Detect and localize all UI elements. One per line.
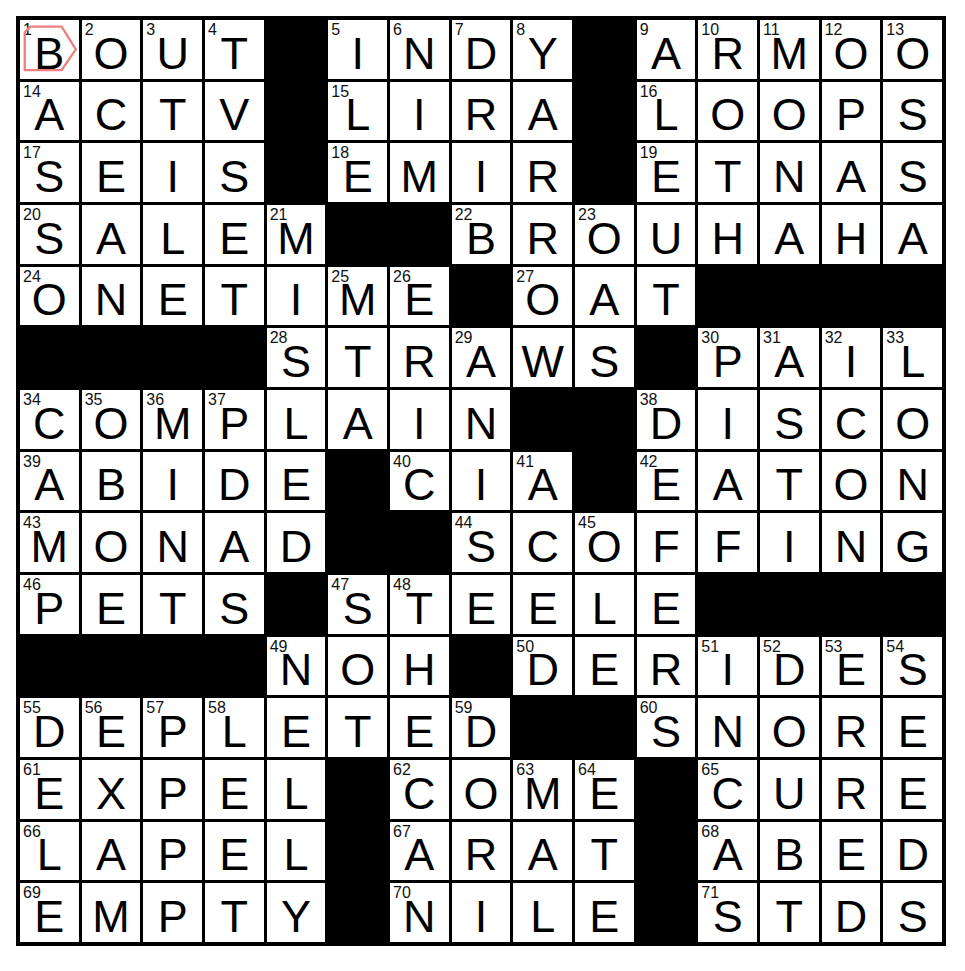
grid-cell-r15c14[interactable]: D [822, 883, 881, 942]
grid-cell-r13c5[interactable]: L [267, 760, 326, 819]
grid-cell-r2c14[interactable]: P [822, 82, 881, 141]
grid-cell-r3c2[interactable]: E [82, 143, 141, 202]
black-cell-r10c12 [698, 575, 757, 634]
cell-letter: F [698, 524, 757, 569]
grid-cell-r8c3[interactable]: I [143, 452, 202, 511]
grid-cell-r9c1[interactable]: 43M [20, 513, 79, 572]
grid-cell-r11c5[interactable]: 49N [267, 637, 326, 696]
grid-cell-r10c1[interactable]: 46P [20, 575, 79, 634]
grid-cell-r10c7[interactable]: 48T [390, 575, 449, 634]
cell-letter: E [452, 586, 511, 631]
grid-cell-r9c10[interactable]: 45O [575, 513, 634, 572]
grid-cell-r3c15[interactable]: S [883, 143, 942, 202]
grid-cell-r7c3[interactable]: 36M [143, 390, 202, 449]
grid-cell-r14c1[interactable]: 66L [20, 822, 79, 881]
grid-cell-r9c13[interactable]: I [760, 513, 819, 572]
cell-letter: O [760, 709, 819, 754]
grid-cell-r15c7[interactable]: 70N [390, 883, 449, 942]
grid-cell-r13c15[interactable]: E [883, 760, 942, 819]
grid-cell-r8c15[interactable]: N [883, 452, 942, 511]
grid-cell-r8c2[interactable]: B [82, 452, 141, 511]
grid-cell-r8c1[interactable]: 39A [20, 452, 79, 511]
cell-letter: E [390, 709, 449, 754]
grid-cell-r2c3[interactable]: T [143, 82, 202, 141]
black-cell-r15c11 [637, 883, 696, 942]
grid-cell-r2c12[interactable]: O [698, 82, 757, 141]
cell-letter: O [328, 647, 387, 692]
grid-cell-r7c14[interactable]: C [822, 390, 881, 449]
cell-letter: O [452, 771, 511, 816]
cell-letter: P [822, 92, 881, 137]
cell-number: 50 [516, 637, 534, 656]
grid-cell-r1c1[interactable]: 1B [20, 20, 79, 79]
grid-cell-r9c11[interactable]: F [637, 513, 696, 572]
black-cell-r15c6 [328, 883, 387, 942]
cell-number: 38 [640, 390, 658, 409]
grid-cell-r7c1[interactable]: 34C [20, 390, 79, 449]
cell-number: 29 [455, 328, 473, 347]
cell-letter: R [513, 216, 572, 261]
grid-cell-r2c2[interactable]: C [82, 82, 141, 141]
cell-letter: U [760, 771, 819, 816]
grid-cell-r7c15[interactable]: O [883, 390, 942, 449]
grid-cell-r15c4[interactable]: T [205, 883, 264, 942]
grid-cell-r1c7[interactable]: 6N [390, 20, 449, 79]
grid-cell-r8c8[interactable]: I [452, 452, 511, 511]
cell-letter: L [267, 832, 326, 877]
cell-letter: I [698, 401, 757, 446]
grid-cell-r3c6[interactable]: 18E [328, 143, 387, 202]
cell-number: 28 [270, 328, 288, 347]
grid-cell-r12c4[interactable]: 58L [205, 698, 264, 757]
grid-cell-r4c8[interactable]: 22B [452, 205, 511, 264]
grid-cell-r5c5[interactable]: I [267, 267, 326, 326]
cell-letter: A [575, 277, 634, 322]
grid-cell-r3c8[interactable]: I [452, 143, 511, 202]
grid-cell-r3c13[interactable]: N [760, 143, 819, 202]
grid-cell-r14c10[interactable]: T [575, 822, 634, 881]
grid-cell-r10c6[interactable]: 47S [328, 575, 387, 634]
grid-cell-r3c9[interactable]: R [513, 143, 572, 202]
cell-number: 61 [23, 760, 41, 779]
grid-cell-r14c3[interactable]: P [143, 822, 202, 881]
cell-letter: H [822, 216, 881, 261]
grid-cell-r12c7[interactable]: E [390, 698, 449, 757]
black-cell-r6c1 [20, 328, 79, 387]
black-cell-r3c10 [575, 143, 634, 202]
cell-number: 10 [701, 20, 719, 39]
cell-letter: O [760, 92, 819, 137]
cell-letter: E [883, 709, 942, 754]
cell-letter: D [267, 524, 326, 569]
grid-cell-r13c7[interactable]: 62C [390, 760, 449, 819]
cell-letter: D [822, 894, 881, 939]
grid-cell-r11c7[interactable]: H [390, 637, 449, 696]
grid-cell-r13c13[interactable]: U [760, 760, 819, 819]
grid-cell-r4c14[interactable]: H [822, 205, 881, 264]
cell-letter: S [883, 894, 942, 939]
cell-letter: S [883, 92, 942, 137]
grid-cell-r6c13[interactable]: 31A [760, 328, 819, 387]
grid-cell-r14c14[interactable]: E [822, 822, 881, 881]
grid-cell-r7c12[interactable]: I [698, 390, 757, 449]
grid-cell-r5c6[interactable]: 25M [328, 267, 387, 326]
black-cell-r3c5 [267, 143, 326, 202]
grid-cell-r10c3[interactable]: T [143, 575, 202, 634]
cell-letter: N [822, 524, 881, 569]
black-cell-r5c12 [698, 267, 757, 326]
cell-letter: A [513, 832, 572, 877]
grid-cell-r9c12[interactable]: F [698, 513, 757, 572]
grid-cell-r14c13[interactable]: B [760, 822, 819, 881]
grid-cell-r12c12[interactable]: N [698, 698, 757, 757]
grid-cell-r14c4[interactable]: E [205, 822, 264, 881]
grid-cell-r3c1[interactable]: 17S [20, 143, 79, 202]
grid-cell-r7c5[interactable]: L [267, 390, 326, 449]
grid-cell-r3c3[interactable]: I [143, 143, 202, 202]
grid-cell-r12c14[interactable]: R [822, 698, 881, 757]
grid-cell-r6c14[interactable]: 32I [822, 328, 881, 387]
grid-cell-r6c9[interactable]: W [513, 328, 572, 387]
grid-cell-r5c9[interactable]: 27O [513, 267, 572, 326]
grid-cell-r13c2[interactable]: X [82, 760, 141, 819]
grid-cell-r7c6[interactable]: A [328, 390, 387, 449]
cell-letter: E [267, 709, 326, 754]
black-cell-r6c11 [637, 328, 696, 387]
grid-cell-r1c11[interactable]: 9A [637, 20, 696, 79]
cell-letter: O [82, 524, 141, 569]
grid-cell-r12c5[interactable]: E [267, 698, 326, 757]
cell-number: 40 [393, 452, 411, 471]
grid-cell-r3c4[interactable]: S [205, 143, 264, 202]
grid-cell-r13c10[interactable]: 64E [575, 760, 634, 819]
grid-cell-r13c3[interactable]: P [143, 760, 202, 819]
grid-cell-r5c3[interactable]: E [143, 267, 202, 326]
cell-letter: E [205, 216, 264, 261]
cell-letter: A [328, 401, 387, 446]
grid-cell-r7c2[interactable]: 35O [82, 390, 141, 449]
grid-cell-r7c7[interactable]: I [390, 390, 449, 449]
grid-cell-r1c13[interactable]: 11M [760, 20, 819, 79]
grid-cell-r8c9[interactable]: 41A [513, 452, 572, 511]
grid-cell-r9c3[interactable]: N [143, 513, 202, 572]
grid-cell-r12c8[interactable]: 59D [452, 698, 511, 757]
grid-cell-r4c10[interactable]: 23O [575, 205, 634, 264]
black-cell-r6c2 [82, 328, 141, 387]
cell-letter: I [267, 277, 326, 322]
cell-number: 11 [763, 20, 780, 39]
grid-cell-r4c13[interactable]: A [760, 205, 819, 264]
cell-number: 47 [331, 575, 349, 594]
grid-cell-r4c2[interactable]: A [82, 205, 141, 264]
cell-number: 31 [763, 328, 781, 347]
cell-letter: B [760, 832, 819, 877]
grid-cell-r13c8[interactable]: O [452, 760, 511, 819]
cell-number: 1 [23, 20, 32, 39]
grid-cell-r1c8[interactable]: 7D [452, 20, 511, 79]
grid-cell-r13c12[interactable]: 65C [698, 760, 757, 819]
grid-cell-r6c15[interactable]: 33L [883, 328, 942, 387]
cell-letter: D [883, 832, 942, 877]
grid-cell-r14c2[interactable]: A [82, 822, 141, 881]
grid-cell-r2c15[interactable]: S [883, 82, 942, 141]
grid-cell-r4c11[interactable]: U [637, 205, 696, 264]
cell-number: 64 [578, 760, 596, 779]
cell-number: 9 [640, 20, 649, 39]
cell-letter: E [822, 832, 881, 877]
cell-letter: C [822, 401, 881, 446]
grid-cell-r15c12[interactable]: 71S [698, 883, 757, 942]
cell-number: 55 [23, 698, 41, 717]
grid-cell-r2c13[interactable]: O [760, 82, 819, 141]
grid-cell-r8c13[interactable]: T [760, 452, 819, 511]
grid-cell-r1c9[interactable]: 8Y [513, 20, 572, 79]
grid-cell-r11c14[interactable]: 53E [822, 637, 881, 696]
grid-cell-r8c11[interactable]: 42E [637, 452, 696, 511]
cell-letter: E [205, 832, 264, 877]
grid-cell-r3c14[interactable]: A [822, 143, 881, 202]
grid-cell-r6c12[interactable]: 30P [698, 328, 757, 387]
black-cell-r9c6 [328, 513, 387, 572]
grid-cell-r8c5[interactable]: E [267, 452, 326, 511]
grid-cell-r15c9[interactable]: L [513, 883, 572, 942]
black-cell-r12c9 [513, 698, 572, 757]
grid-cell-r4c3[interactable]: L [143, 205, 202, 264]
cell-number: 5 [331, 20, 340, 39]
grid-cell-r14c8[interactable]: R [452, 822, 511, 881]
black-cell-r4c7 [390, 205, 449, 264]
grid-cell-r10c9[interactable]: E [513, 575, 572, 634]
cell-letter: A [513, 92, 572, 137]
grid-cell-r6c6[interactable]: T [328, 328, 387, 387]
grid-cell-r15c10[interactable]: E [575, 883, 634, 942]
grid-cell-r13c14[interactable]: R [822, 760, 881, 819]
grid-cell-r14c15[interactable]: D [883, 822, 942, 881]
grid-cell-r12c15[interactable]: E [883, 698, 942, 757]
grid-cell-r7c8[interactable]: N [452, 390, 511, 449]
grid-cell-r12c13[interactable]: O [760, 698, 819, 757]
grid-cell-r2c1[interactable]: 14A [20, 82, 79, 141]
cell-letter: T [143, 92, 202, 137]
cell-number: 2 [85, 20, 94, 39]
grid-cell-r2c8[interactable]: R [452, 82, 511, 141]
grid-cell-r9c5[interactable]: D [267, 513, 326, 572]
grid-cell-r2c6[interactable]: 15L [328, 82, 387, 141]
cell-letter: R [513, 154, 572, 199]
grid-cell-r15c8[interactable]: I [452, 883, 511, 942]
cell-number: 33 [886, 328, 904, 347]
grid-cell-r5c10[interactable]: A [575, 267, 634, 326]
grid-cell-r4c1[interactable]: 20S [20, 205, 79, 264]
grid-cell-r13c4[interactable]: E [205, 760, 264, 819]
cell-letter: L [143, 216, 202, 261]
grid-cell-r2c7[interactable]: I [390, 82, 449, 141]
grid-cell-r7c13[interactable]: S [760, 390, 819, 449]
grid-cell-r11c13[interactable]: 52D [760, 637, 819, 696]
grid-cell-r13c9[interactable]: 63M [513, 760, 572, 819]
cell-letter: T [143, 586, 202, 631]
grid-cell-r2c11[interactable]: 16L [637, 82, 696, 141]
grid-cell-r10c2[interactable]: E [82, 575, 141, 634]
grid-cell-r1c15[interactable]: 13O [883, 20, 942, 79]
grid-cell-r9c15[interactable]: G [883, 513, 942, 572]
cell-letter: N [698, 709, 757, 754]
cell-letter: U [637, 216, 696, 261]
grid-cell-r15c13[interactable]: T [760, 883, 819, 942]
cell-number: 19 [640, 143, 658, 162]
grid-cell-r6c5[interactable]: 28S [267, 328, 326, 387]
cell-letter: N [143, 524, 202, 569]
cell-number: 39 [23, 452, 41, 471]
grid-cell-r3c12[interactable]: T [698, 143, 757, 202]
grid-cell-r5c1[interactable]: 24O [20, 267, 79, 326]
cell-letter: F [637, 524, 696, 569]
grid-cell-r4c9[interactable]: R [513, 205, 572, 264]
grid-cell-r1c3[interactable]: 3U [143, 20, 202, 79]
cell-letter: I [390, 401, 449, 446]
cell-number: 23 [578, 205, 596, 224]
black-cell-r7c9 [513, 390, 572, 449]
cell-letter: N [760, 154, 819, 199]
cell-letter: I [143, 154, 202, 199]
cell-letter: E [82, 586, 141, 631]
cell-letter: S [760, 401, 819, 446]
cell-number: 16 [640, 82, 658, 101]
cell-letter: I [143, 462, 202, 507]
grid-cell-r14c9[interactable]: A [513, 822, 572, 881]
grid-cell-r12c2[interactable]: 56E [82, 698, 141, 757]
grid-cell-r10c8[interactable]: E [452, 575, 511, 634]
cell-letter: M [82, 894, 141, 939]
grid-cell-r10c11[interactable]: E [637, 575, 696, 634]
cell-number: 24 [23, 267, 41, 286]
grid-cell-r8c14[interactable]: O [822, 452, 881, 511]
cell-letter: E [82, 154, 141, 199]
grid-cell-r5c4[interactable]: T [205, 267, 264, 326]
grid-cell-r9c4[interactable]: A [205, 513, 264, 572]
grid-cell-r3c7[interactable]: M [390, 143, 449, 202]
black-cell-r11c4 [205, 637, 264, 696]
cell-number: 67 [393, 822, 411, 841]
grid-cell-r11c9[interactable]: 50D [513, 637, 572, 696]
grid-cell-r7c4[interactable]: 37P [205, 390, 264, 449]
grid-cell-r15c3[interactable]: P [143, 883, 202, 942]
grid-cell-r11c12[interactable]: 51I [698, 637, 757, 696]
black-cell-r5c15 [883, 267, 942, 326]
cell-letter: L [267, 401, 326, 446]
grid-cell-r14c5[interactable]: L [267, 822, 326, 881]
cell-letter: P [143, 771, 202, 816]
grid-cell-r13c1[interactable]: 61E [20, 760, 79, 819]
grid-cell-r11c15[interactable]: 54S [883, 637, 942, 696]
grid-cell-r4c4[interactable]: E [205, 205, 264, 264]
black-cell-r10c5 [267, 575, 326, 634]
grid-cell-r12c6[interactable]: T [328, 698, 387, 757]
grid-cell-r1c14[interactable]: 12O [822, 20, 881, 79]
cell-letter: T [575, 832, 634, 877]
black-cell-r5c8 [452, 267, 511, 326]
grid-cell-r5c7[interactable]: 26E [390, 267, 449, 326]
cell-number: 41 [516, 452, 534, 471]
grid-cell-r8c12[interactable]: A [698, 452, 757, 511]
grid-cell-r12c3[interactable]: 57P [143, 698, 202, 757]
cell-number: 15 [331, 82, 349, 101]
grid-cell-r3c11[interactable]: 19E [637, 143, 696, 202]
cell-letter: E [267, 462, 326, 507]
grid-cell-r9c14[interactable]: N [822, 513, 881, 572]
grid-cell-r5c11[interactable]: T [637, 267, 696, 326]
cell-number: 52 [763, 637, 781, 656]
cell-number: 34 [23, 390, 41, 409]
cell-letter: A [883, 216, 942, 261]
grid-cell-r2c9[interactable]: A [513, 82, 572, 141]
grid-cell-r8c4[interactable]: D [205, 452, 264, 511]
cell-letter: T [205, 277, 264, 322]
cell-number: 7 [455, 20, 464, 39]
grid-cell-r9c8[interactable]: 44S [452, 513, 511, 572]
cell-number: 70 [393, 883, 411, 902]
grid-cell-r7c11[interactable]: 38D [637, 390, 696, 449]
cell-letter: N [452, 401, 511, 446]
cell-number: 62 [393, 760, 411, 779]
black-cell-r5c14 [822, 267, 881, 326]
grid-cell-r10c4[interactable]: S [205, 575, 264, 634]
grid-cell-r6c10[interactable]: S [575, 328, 634, 387]
black-cell-r10c14 [822, 575, 881, 634]
grid-cell-r1c6[interactable]: 5I [328, 20, 387, 79]
cell-number: 53 [825, 637, 843, 656]
grid-cell-r11c11[interactable]: R [637, 637, 696, 696]
grid-cell-r11c10[interactable]: E [575, 637, 634, 696]
grid-cell-r9c2[interactable]: O [82, 513, 141, 572]
grid-cell-r1c12[interactable]: 10R [698, 20, 757, 79]
black-cell-r14c6 [328, 822, 387, 881]
cell-number: 48 [393, 575, 411, 594]
grid-cell-r14c12[interactable]: 68A [698, 822, 757, 881]
cell-number: 58 [208, 698, 226, 717]
grid-cell-r9c9[interactable]: C [513, 513, 572, 572]
grid-cell-r5c2[interactable]: N [82, 267, 141, 326]
cell-number: 12 [825, 20, 843, 39]
cell-number: 8 [516, 20, 525, 39]
cell-letter: C [82, 92, 141, 137]
cell-letter: T [328, 709, 387, 754]
grid-cell-r4c5[interactable]: 21M [267, 205, 326, 264]
grid-cell-r2c4[interactable]: V [205, 82, 264, 141]
grid-cell-r4c15[interactable]: A [883, 205, 942, 264]
grid-cell-r12c11[interactable]: 60S [637, 698, 696, 757]
grid-cell-r12c1[interactable]: 55D [20, 698, 79, 757]
cell-letter: R [637, 647, 696, 692]
grid-cell-r15c15[interactable]: S [883, 883, 942, 942]
grid-cell-r8c7[interactable]: 40C [390, 452, 449, 511]
grid-cell-r14c7[interactable]: 67A [390, 822, 449, 881]
grid-cell-r15c5[interactable]: Y [267, 883, 326, 942]
cell-letter: O [883, 401, 942, 446]
cell-letter: S [575, 339, 634, 384]
cell-letter: L [267, 771, 326, 816]
grid-cell-r1c2[interactable]: 2O [82, 20, 141, 79]
grid-cell-r15c2[interactable]: M [82, 883, 141, 942]
grid-cell-r1c4[interactable]: 4T [205, 20, 264, 79]
grid-cell-r6c8[interactable]: 29A [452, 328, 511, 387]
grid-cell-r15c1[interactable]: 69E [20, 883, 79, 942]
black-cell-r1c5 [267, 20, 326, 79]
grid-cell-r6c7[interactable]: R [390, 328, 449, 387]
grid-cell-r4c12[interactable]: H [698, 205, 757, 264]
grid-cell-r10c10[interactable]: L [575, 575, 634, 634]
grid-cell-r11c6[interactable]: O [328, 637, 387, 696]
